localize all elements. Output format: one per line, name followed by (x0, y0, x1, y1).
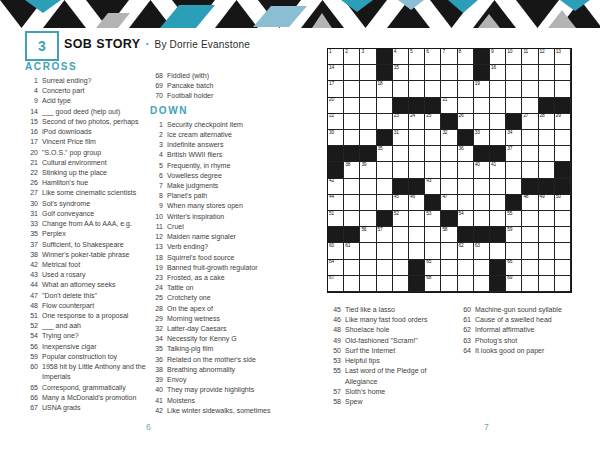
clue-number: 55 (328, 366, 341, 386)
clue-number: 8 (150, 191, 163, 201)
clue-item: 28On the apex of (150, 304, 303, 314)
grid-cell-black (458, 227, 474, 243)
grid-cell-black (555, 179, 571, 195)
clue-number: 34 (150, 334, 163, 344)
grid-cell (360, 276, 376, 292)
grid-cell (409, 81, 425, 97)
grid-cell (555, 276, 571, 292)
clue-number: 52 (25, 321, 38, 331)
clue-number: 35 (25, 229, 38, 239)
grid-cell-number: 32 (442, 131, 447, 136)
clue-number: 13 (150, 242, 163, 252)
grid-cell (522, 130, 538, 146)
clue-item: 66Many a McDonald's promotion (25, 393, 151, 403)
grid-cell: 58 (441, 227, 457, 243)
grid-cell (555, 243, 571, 259)
clue-item: 24Tattle on (150, 283, 303, 293)
grid-cell: 38 (344, 162, 360, 178)
grid-cell (441, 146, 457, 162)
grid-cell: 12 (539, 49, 555, 65)
clue-text: When many stores open (167, 201, 303, 211)
grid-cell: 66 (506, 260, 522, 276)
grid-cell (344, 260, 360, 276)
clue-number: 6 (150, 171, 163, 181)
grid-cell-number: 21 (442, 98, 447, 103)
grid-cell-black (441, 114, 457, 130)
clue-text: Informal affirmative (475, 325, 595, 335)
grid-cell (506, 243, 522, 259)
grid-cell (506, 65, 522, 81)
grid-cell-black (474, 227, 490, 243)
grid-cell-black (425, 98, 441, 114)
clue-item: 52___ and aah (25, 321, 151, 331)
clue-text: Popular construction toy (42, 352, 151, 362)
grid-cell-black (506, 114, 522, 130)
clue-text: Banned fruit-growth regulator (167, 263, 303, 273)
grid-cell (393, 81, 409, 97)
clue-number: 4 (150, 150, 163, 160)
grid-cell: 7 (441, 49, 457, 65)
grid-cell (441, 162, 457, 178)
grid-cell: 61 (344, 243, 360, 259)
grid-cell-number: 62 (459, 244, 464, 249)
grid-cell-number: 40 (475, 163, 480, 168)
clue-number: 36 (150, 355, 163, 365)
grid-cell-black (328, 227, 344, 243)
clue-item: 13Verb ending? (150, 242, 303, 252)
clue-text: Surf the Internet (345, 346, 455, 356)
grid-cell (377, 179, 393, 195)
clue-item: 35Talking-pig film (150, 344, 303, 354)
clue-number: 19 (150, 263, 163, 273)
grid-cell: 10 (506, 49, 522, 65)
clue-text: Inexpensive cigar (42, 342, 151, 352)
clue-item: 51One response to a proposal (25, 311, 151, 321)
grid-cell (360, 130, 376, 146)
grid-cell-black (328, 146, 344, 162)
clue-number: 12 (150, 232, 163, 242)
grid-cell (539, 130, 555, 146)
clue-text: Last word of the Pledge of Allegiance (345, 366, 455, 386)
grid-cell: 17 (328, 81, 344, 97)
clue-number: 35 (150, 344, 163, 354)
clue-text: Golf conveyance (42, 209, 151, 219)
grid-cell-number: 46 (410, 195, 415, 200)
grid-cell: 68 (425, 276, 441, 292)
clue-item: 5Frequently, in rhyme (150, 161, 303, 171)
clue-text: Tied like a lasso (345, 305, 455, 315)
clue-text: One response to a proposal (42, 311, 151, 321)
grid-cell (377, 114, 393, 130)
grid-cell-number: 54 (459, 212, 464, 217)
clue-item: 14___ good deed (help out) (25, 107, 151, 117)
clue-item: 27Like some cinematic scientists (25, 188, 151, 198)
grid-cell: 48 (522, 195, 538, 211)
grid-cell: 36 (458, 146, 474, 162)
grid-cell: 42 (328, 179, 344, 195)
clue-item: 38Winner's poker-table phrase (25, 250, 151, 260)
clue-text: Change from AA to AAA, e.g. (42, 219, 151, 229)
clue-text: Vincent Price film (42, 137, 151, 147)
clue-text: Morning wetness (167, 314, 303, 324)
clue-number: 10 (150, 212, 163, 222)
clue-item: 31Golf conveyance (25, 209, 151, 219)
across-clue-list-overflow: 68Fiddled (with)69Pancake batch70Footbal… (150, 71, 303, 102)
clue-number: 48 (328, 325, 341, 335)
grid-cell-number: 24 (410, 114, 415, 119)
clue-item: 30Sot's syndrome (25, 199, 151, 209)
grid-cell-number: 1 (329, 50, 331, 55)
grid-cell: 59 (506, 227, 522, 243)
clue-item: 45Tied like a lasso (328, 305, 455, 315)
clue-text: Old-fashioned "Scram!" (345, 336, 455, 346)
clue-number: 54 (25, 331, 38, 341)
clue-item: 2Ice cream alternative (150, 130, 303, 140)
grid-cell (377, 162, 393, 178)
grid-cell (474, 98, 490, 114)
clue-number: 33 (25, 219, 38, 229)
grid-cell (377, 243, 393, 259)
grid-cell (474, 260, 490, 276)
clue-number: 2 (150, 130, 163, 140)
grid-cell-number: 30 (329, 131, 334, 136)
clue-item: 40They may provide highlights (150, 385, 303, 395)
clue-item: 39Envoy (150, 375, 303, 385)
grid-cell-number: 33 (475, 131, 480, 136)
clue-number: 32 (150, 324, 163, 334)
grid-cell: 11 (522, 49, 538, 65)
clue-text: They may provide highlights (167, 385, 303, 395)
grid-cell (458, 81, 474, 97)
grid-cell-black (474, 65, 490, 81)
grid-cell: 51 (328, 211, 344, 227)
clue-number: 31 (25, 209, 38, 219)
grid-cell (425, 227, 441, 243)
grid-cell (539, 260, 555, 276)
grid-cell-number: 19 (475, 82, 480, 87)
grid-cell (425, 81, 441, 97)
grid-cell (441, 276, 457, 292)
clue-text: Flow counterpart (42, 301, 151, 311)
clue-text: Fiddled (with) (167, 71, 303, 81)
clue-number: 21 (25, 158, 38, 168)
clue-item: 34Necessity for Kenny G (150, 334, 303, 344)
title-separator-dot: · (146, 37, 150, 51)
grid-cell (555, 130, 571, 146)
grid-cell-number: 68 (426, 276, 431, 281)
grid-cell (393, 162, 409, 178)
grid-cell (360, 179, 376, 195)
grid-cell (506, 81, 522, 97)
grid-cell (441, 65, 457, 81)
clue-item: 9When many stores open (150, 201, 303, 211)
clue-number: 9 (25, 96, 38, 106)
grid-cell-number: 31 (394, 131, 399, 136)
puzzle-number-box: 3 (25, 31, 59, 61)
puzzle-number: 3 (38, 38, 46, 54)
grid-cell: 40 (474, 162, 490, 178)
grid-cell: 16 (490, 65, 506, 81)
grid-cell-number: 43 (426, 179, 431, 184)
grid-cell (506, 98, 522, 114)
grid-cell-black (539, 98, 555, 114)
grid-cell (393, 227, 409, 243)
clue-text: Surreal ending? (42, 76, 151, 86)
clue-item: 56Inexpensive cigar (25, 342, 151, 352)
grid-cell-black (522, 179, 538, 195)
clue-number: 50 (328, 346, 341, 356)
grid-cell: 31 (393, 130, 409, 146)
grid-cell (360, 243, 376, 259)
grid-cell (409, 211, 425, 227)
clue-number: 38 (150, 365, 163, 375)
grid-cell (539, 146, 555, 162)
grid-cell (425, 65, 441, 81)
clue-text: Acid type (42, 96, 151, 106)
clue-number: 26 (25, 178, 38, 188)
clue-text: Photog's shot (475, 336, 595, 346)
grid-cell-black (490, 146, 506, 162)
clue-text: Planet's path (167, 191, 303, 201)
grid-cell: 54 (458, 211, 474, 227)
clue-number: 70 (150, 91, 163, 101)
clue-item: 29Morning wetness (150, 314, 303, 324)
clue-number: 48 (25, 301, 38, 311)
crossword-grid: 1234567891011121314151617181920212223242… (327, 48, 572, 293)
clue-number: 30 (25, 199, 38, 209)
clue-text: Related on the mother's side (167, 355, 303, 365)
grid-cell (522, 260, 538, 276)
grid-cell (441, 179, 457, 195)
clue-number: 65 (25, 383, 38, 393)
grid-cell: 21 (441, 98, 457, 114)
grid-cell-number: 52 (394, 212, 399, 217)
grid-cell (441, 243, 457, 259)
grid-cell: 4 (393, 49, 409, 65)
grid-cell (522, 162, 538, 178)
grid-cell (490, 211, 506, 227)
down-clue-column-3: 60Machine-gun sound syllable61Cause of a… (458, 305, 595, 356)
clue-number: 44 (25, 280, 38, 290)
clue-item: 32Latter-day Caesars (150, 324, 303, 334)
grid-cell (490, 243, 506, 259)
clue-text: Used a rosary (42, 270, 151, 280)
grid-cell: 13 (555, 49, 571, 65)
grid-cell-number: 25 (426, 114, 431, 119)
clue-number: 14 (25, 107, 38, 117)
clue-item: 67USNA grads (25, 403, 151, 413)
grid-cell (539, 81, 555, 97)
clue-number: 7 (150, 181, 163, 191)
clue-number: 46 (328, 315, 341, 325)
grid-cell (360, 195, 376, 211)
grid-cell: 25 (425, 114, 441, 130)
grid-cell (360, 65, 376, 81)
grid-cell: 34 (506, 130, 522, 146)
grid-cell (393, 146, 409, 162)
clue-item: 68Fiddled (with) (150, 71, 303, 81)
clue-number: 23 (150, 273, 163, 283)
clue-item: 601958 hit by Little Anthony and the Imp… (25, 362, 151, 382)
grid-cell (458, 162, 474, 178)
clue-number: 5 (150, 161, 163, 171)
grid-cell (522, 276, 538, 292)
clue-item: 43Used a rosary (25, 270, 151, 280)
grid-cell: 20 (328, 98, 344, 114)
grid-cell: 33 (474, 130, 490, 146)
clue-number: 43 (25, 270, 38, 280)
clue-number: 62 (458, 325, 471, 335)
clue-text: Tattle on (167, 283, 303, 293)
clue-number: 61 (458, 315, 471, 325)
clue-text: ___ good deed (help out) (42, 107, 151, 117)
down-header: DOWN (150, 105, 303, 117)
grid-cell-number: 57 (378, 228, 383, 233)
clue-item: 42Like winter sidewalks, sometimes (150, 406, 303, 416)
clue-item: 37Sufficient, to Shakespeare (25, 240, 151, 250)
grid-cell (425, 146, 441, 162)
grid-cell-number: 67 (329, 276, 334, 281)
clue-number: 16 (25, 127, 38, 137)
clue-item: 61Cause of a swelled head (458, 315, 595, 325)
grid-cell (344, 65, 360, 81)
clue-item: 41Moistens (150, 396, 303, 406)
clue-number: 60 (458, 305, 471, 315)
grid-cell (344, 81, 360, 97)
grid-cell-number: 11 (523, 50, 528, 55)
clue-text: Moistens (167, 396, 303, 406)
grid-cell-black (425, 195, 441, 211)
grid-cell (360, 114, 376, 130)
clue-text: Verb ending? (167, 242, 303, 252)
grid-cell (409, 65, 425, 81)
grid-cell-number: 61 (345, 244, 350, 249)
clue-text: Frequently, in rhyme (167, 161, 303, 171)
clue-item: 69Pancake batch (150, 81, 303, 91)
clue-text: Perplex (42, 229, 151, 239)
clue-number: 18 (150, 253, 163, 263)
clue-text: Hamilton's hue (42, 178, 151, 188)
grid-cell-number: 41 (491, 163, 496, 168)
grid-cell-number: 27 (523, 114, 528, 119)
clue-number: 67 (25, 403, 38, 413)
grid-cell (555, 227, 571, 243)
clue-text: "Don't delete this" (42, 291, 151, 301)
grid-cell (555, 81, 571, 97)
clue-number: 40 (150, 385, 163, 395)
grid-cell-number: 59 (507, 228, 512, 233)
clue-number: 37 (25, 240, 38, 250)
clue-item: 16iPod downloads (25, 127, 151, 137)
grid-cell (458, 98, 474, 114)
clue-number: 68 (150, 71, 163, 81)
clue-number: 49 (328, 336, 341, 346)
grid-cell-number: 13 (556, 50, 561, 55)
grid-cell-number: 45 (394, 195, 399, 200)
grid-cell (522, 227, 538, 243)
grid-cell-number: 42 (329, 179, 334, 184)
puzzle-title: SOB STORY (64, 37, 141, 51)
clue-item: 46Like many fast food orders (328, 315, 455, 325)
grid-cell-number: 16 (491, 66, 496, 71)
clue-text: Shoelace hole (345, 325, 455, 335)
clue-text: 1958 hit by Little Anthony and the Imper… (42, 362, 151, 382)
grid-cell-black (328, 162, 344, 178)
clue-item: 36Related on the mother's side (150, 355, 303, 365)
grid-cell (344, 211, 360, 227)
grid-cell: 32 (441, 130, 457, 146)
grid-cell-number: 8 (459, 50, 461, 55)
grid-cell: 65 (425, 260, 441, 276)
clue-item: 62Informal affirmative (458, 325, 595, 335)
grid-cell-black (409, 179, 425, 195)
clue-number: 3 (150, 140, 163, 150)
clue-text: Envoy (167, 375, 303, 385)
grid-cell (490, 81, 506, 97)
grid-cell-number: 56 (361, 228, 366, 233)
grid-cell: 44 (328, 195, 344, 211)
grid-cell-number: 28 (540, 114, 545, 119)
clue-item: 18Squirrel's food source (150, 253, 303, 263)
clue-number: 11 (150, 222, 163, 232)
clue-item: 50Surf the Internet (328, 346, 455, 356)
clue-item: 4Concerto part (25, 86, 151, 96)
grid-cell-black (377, 49, 393, 65)
grid-cell-number: 65 (426, 260, 431, 265)
clue-text: Machine-gun sound syllable (475, 305, 595, 315)
down-clue-list: 1Security checkpoint item2Ice cream alte… (150, 120, 303, 416)
grid-cell-number: 35 (378, 147, 383, 152)
grid-cell-number: 39 (361, 163, 366, 168)
grid-cell-black (458, 130, 474, 146)
clue-item: 55Last word of the Pledge of Allegiance (328, 366, 455, 386)
grid-cell (360, 81, 376, 97)
grid-cell (522, 81, 538, 97)
clue-item: 59Popular construction toy (25, 352, 151, 362)
grid-cell (409, 162, 425, 178)
clue-number: 29 (150, 314, 163, 324)
clue-item: 11Cruel (150, 222, 303, 232)
clue-item: 1Security checkpoint item (150, 120, 303, 130)
decorative-triangle-band (0, 0, 600, 28)
grid-cell: 45 (393, 195, 409, 211)
grid-cell (458, 260, 474, 276)
clue-number: 22 (25, 168, 38, 178)
grid-cell (409, 243, 425, 259)
clue-number: 64 (458, 346, 471, 356)
grid-cell: 50 (555, 195, 571, 211)
grid-cell-number: 51 (329, 212, 334, 217)
grid-cell: 6 (425, 49, 441, 65)
down-clue-column-2: 45Tied like a lasso46Like many fast food… (328, 305, 455, 407)
clue-item: 38Breathing abnormality (150, 365, 303, 375)
grid-cell (458, 195, 474, 211)
clue-number: 9 (150, 201, 163, 211)
grid-cell: 26 (458, 114, 474, 130)
grid-cell-number: 66 (507, 260, 512, 265)
grid-cell: 41 (490, 162, 506, 178)
grid-cell-black (393, 98, 409, 114)
clue-number: 59 (25, 352, 38, 362)
grid-cell (555, 211, 571, 227)
grid-cell-black (393, 179, 409, 195)
clue-number: 1 (25, 76, 38, 86)
clue-text: British WWII fliers (167, 150, 303, 160)
grid-cell-number: 17 (329, 82, 334, 87)
clue-text: Crotchety one (167, 293, 303, 303)
page-number-right: 7 (484, 422, 489, 432)
grid-cell: 53 (425, 211, 441, 227)
